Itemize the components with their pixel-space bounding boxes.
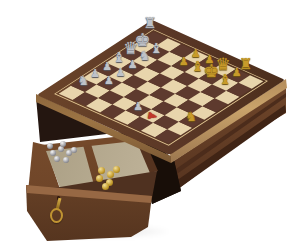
- gold-piece-in-drawer: [102, 183, 109, 190]
- silver-piece-in-drawer: [71, 147, 77, 153]
- gold-piece-in-drawer: [113, 166, 120, 173]
- silver-piece-in-drawer: [60, 141, 66, 147]
- silver-piece-in-drawer: [50, 150, 56, 156]
- gold-piece-in-drawer: [98, 167, 105, 174]
- gold-piece-in-drawer: [107, 171, 114, 178]
- silver-piece-in-drawer: [63, 157, 69, 163]
- gold-piece-in-drawer: [96, 175, 103, 182]
- chess-set-photo: ♜♚♛♝♟♟♞♝♞♟♟♟♟♜♟♛♟♟♝♚♝♟♞♟: [0, 0, 290, 241]
- key-bow-icon: [50, 208, 63, 223]
- silver-piece-in-drawer: [47, 143, 53, 149]
- brass-key: [49, 198, 63, 222]
- silver-piece-in-drawer: [54, 156, 60, 162]
